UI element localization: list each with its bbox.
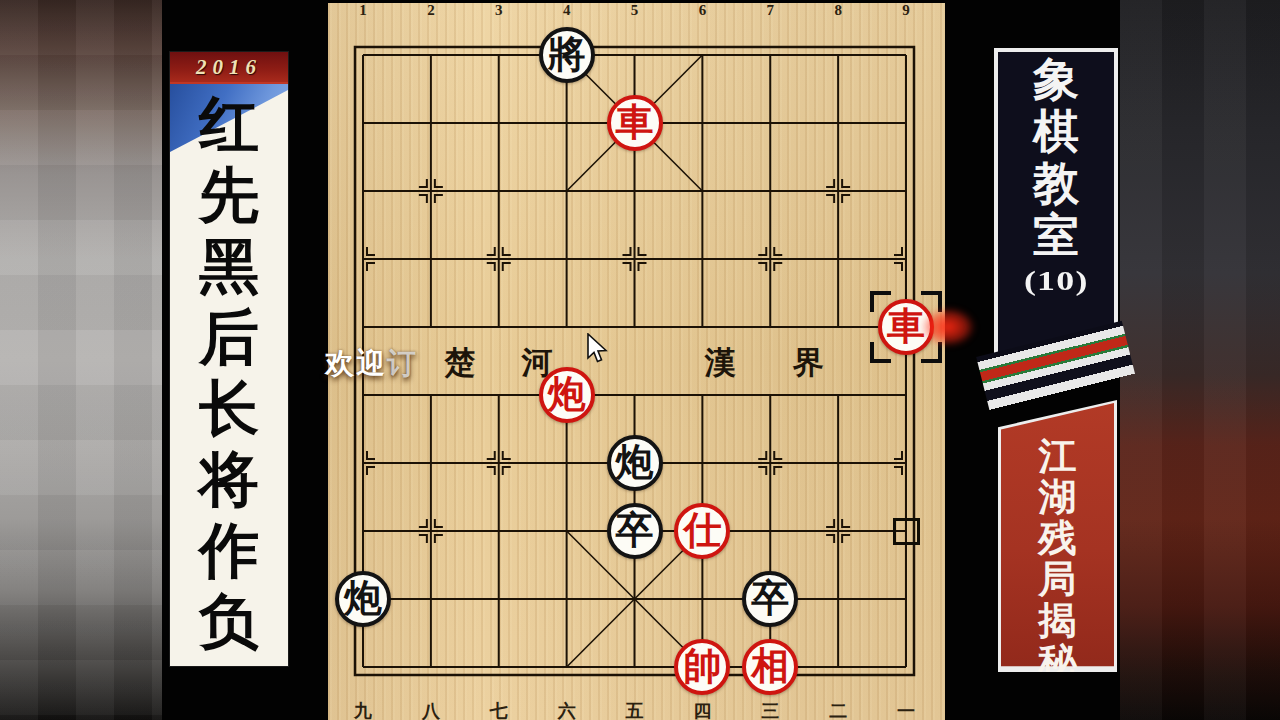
title-char: 象 xyxy=(1033,54,1079,106)
slogan-char: 黑 xyxy=(199,232,259,303)
welcome-overlay-text: 欢迎订 xyxy=(325,344,418,384)
mouse-cursor xyxy=(586,333,610,367)
episode-number: (10) xyxy=(1024,264,1089,298)
piece-black-cannon[interactable]: 炮 xyxy=(335,571,391,627)
video-frame: { "game": "xiangqi", "position": { "fen"… xyxy=(0,0,1280,720)
welcome-text-fade: 订 xyxy=(387,347,418,379)
piece-red-elephant[interactable]: 相 xyxy=(742,639,798,695)
slogan-char: 作 xyxy=(199,516,259,587)
board[interactable]: 欢迎订 123456789九八七六五四三二一楚河漢界將車車炮炮卒仕炮卒帥相 xyxy=(328,0,945,720)
piece-black-soldier[interactable]: 卒 xyxy=(742,571,798,627)
subtitle-char: 揭 xyxy=(1039,600,1077,641)
piece-black-soldier[interactable]: 卒 xyxy=(607,503,663,559)
slogan-char: 将 xyxy=(199,445,259,516)
right-subtitle-text: 江湖残局揭秘 xyxy=(998,436,1117,682)
title-char: 教 xyxy=(1033,158,1079,210)
piece-red-advisor[interactable]: 仕 xyxy=(674,503,730,559)
subtitle-char: 残 xyxy=(1039,518,1077,559)
slogan-char: 红 xyxy=(199,90,259,161)
blurred-backdrop-right xyxy=(1120,0,1280,720)
right-title-panel: 象棋教室(10) xyxy=(994,48,1118,370)
subtitle-char: 湖 xyxy=(1039,477,1077,518)
slogan-char: 先 xyxy=(199,161,259,232)
piece-red-general[interactable]: 帥 xyxy=(674,639,730,695)
subtitle-char: 局 xyxy=(1039,559,1077,600)
piece-black-cannon[interactable]: 炮 xyxy=(607,435,663,491)
slogan-char: 后 xyxy=(199,303,259,374)
slogan-char: 负 xyxy=(199,587,259,658)
left-caption-panel: 2016 红先黑后长将作负 xyxy=(170,52,288,666)
welcome-text-main: 欢迎 xyxy=(325,347,387,379)
title-char: 室 xyxy=(1033,210,1079,262)
last-move-origin-marker xyxy=(893,518,920,545)
subtitle-char: 江 xyxy=(1039,436,1077,477)
piece-red-cannon[interactable]: 炮 xyxy=(539,367,595,423)
right-title-text: 象棋教室(10) xyxy=(994,54,1118,298)
left-slogan: 红先黑后长将作负 xyxy=(170,90,288,658)
title-char: 棋 xyxy=(1033,106,1079,158)
year-banner: 2016 xyxy=(170,52,288,84)
subtitle-char: 秘 xyxy=(1039,641,1077,682)
right-subtitle-panel: 江湖残局揭秘 xyxy=(998,400,1117,672)
pointer-glow xyxy=(913,302,983,352)
blurred-backdrop-left xyxy=(0,0,162,720)
slogan-char: 长 xyxy=(199,374,259,445)
piece-red-chariot[interactable]: 車 xyxy=(607,95,663,151)
piece-black-general[interactable]: 將 xyxy=(539,27,595,83)
